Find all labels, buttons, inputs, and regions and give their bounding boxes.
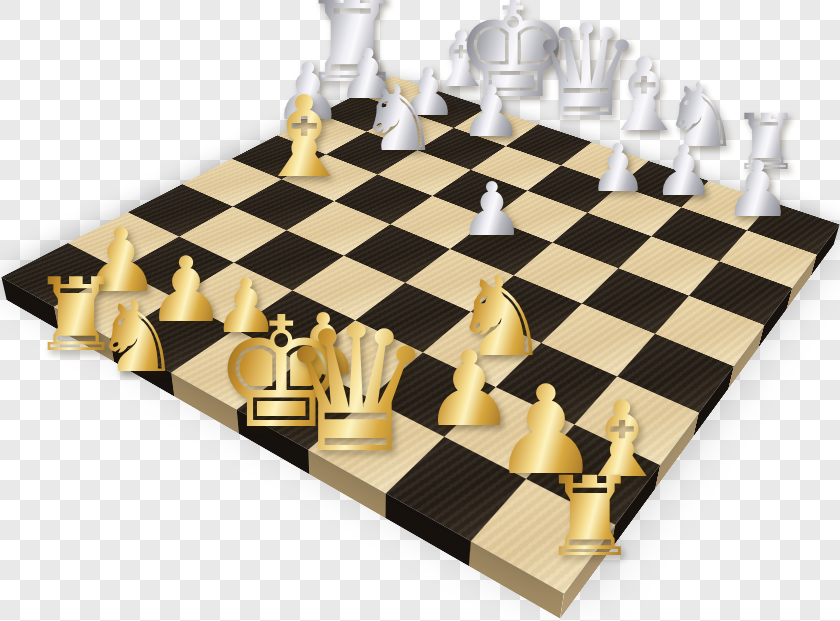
- piece-silver-pawn-d7[interactable]: ♟: [459, 76, 523, 147]
- piece-gold-bishop-a6[interactable]: ♝: [254, 81, 354, 193]
- piece-silver-knight-c6[interactable]: ♞: [358, 73, 440, 165]
- chess-set-photo: ♜♟♟♝♟♚♟♛♝♞♜♟♟♟♞♟♝♟♟♟♜♞♟♚♛♞♟♟♝♜: [0, 0, 840, 621]
- piece-silver-pawn-f7[interactable]: ♟: [588, 136, 647, 202]
- piece-silver-pawn-e6[interactable]: ♟: [459, 172, 525, 246]
- square-g5[interactable]: [582, 268, 689, 334]
- piece-gold-knight-b1[interactable]: ♞: [93, 287, 182, 386]
- piece-gold-rook-h2[interactable]: ♜: [541, 462, 640, 572]
- piece-silver-pawn-h7[interactable]: ♟: [723, 151, 792, 228]
- piece-gold-queen-e1[interactable]: ♛: [278, 302, 435, 477]
- piece-silver-pawn-g7[interactable]: ♟: [653, 136, 716, 206]
